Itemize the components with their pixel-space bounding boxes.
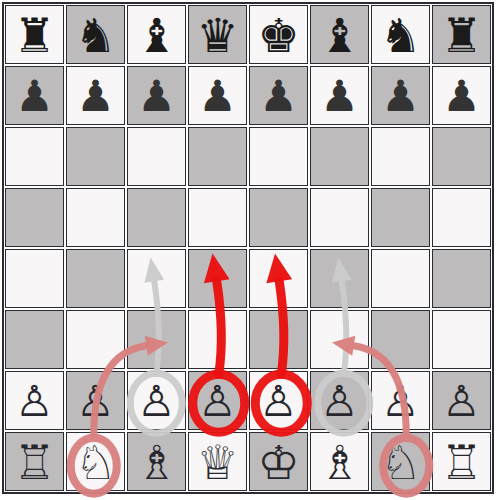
square-b5[interactable] (66, 188, 125, 247)
square-d8[interactable]: ♛ (188, 5, 247, 64)
square-d6[interactable] (188, 127, 247, 186)
chess-board: ♜♞♝♛♚♝♞♜♟♟♟♟♟♟♟♟♙♙♙♙♙♙♙♙♖♘♗♕♔♗♘♖ (2, 2, 494, 494)
piece-black-pawn[interactable]: ♟ (198, 75, 237, 118)
square-c4[interactable] (127, 249, 186, 308)
square-c5[interactable] (127, 188, 186, 247)
square-g7[interactable]: ♟ (371, 66, 430, 125)
piece-black-pawn[interactable]: ♟ (320, 75, 359, 118)
square-b4[interactable] (66, 249, 125, 308)
square-c1[interactable]: ♗ (127, 432, 186, 491)
square-h8[interactable]: ♜ (432, 5, 491, 64)
piece-black-pawn[interactable]: ♟ (76, 75, 115, 118)
square-e4[interactable] (249, 249, 308, 308)
piece-white-queen[interactable]: ♕ (196, 439, 238, 486)
square-f5[interactable] (310, 188, 369, 247)
square-g3[interactable] (371, 310, 430, 369)
square-c2[interactable]: ♙ (127, 371, 186, 430)
piece-black-knight[interactable]: ♞ (74, 12, 116, 59)
square-h7[interactable]: ♟ (432, 66, 491, 125)
square-g6[interactable] (371, 127, 430, 186)
piece-black-pawn[interactable]: ♟ (442, 75, 481, 118)
square-d7[interactable]: ♟ (188, 66, 247, 125)
square-f4[interactable] (310, 249, 369, 308)
square-e6[interactable] (249, 127, 308, 186)
square-f2[interactable]: ♙ (310, 371, 369, 430)
square-h4[interactable] (432, 249, 491, 308)
square-f8[interactable]: ♝ (310, 5, 369, 64)
piece-white-knight[interactable]: ♘ (379, 439, 421, 486)
piece-white-pawn[interactable]: ♙ (381, 380, 420, 423)
piece-white-pawn[interactable]: ♙ (259, 380, 298, 423)
square-f3[interactable] (310, 310, 369, 369)
piece-black-pawn[interactable]: ♟ (259, 75, 298, 118)
square-a3[interactable] (5, 310, 64, 369)
square-g1[interactable]: ♘ (371, 432, 430, 491)
piece-white-rook[interactable]: ♖ (440, 439, 482, 486)
piece-white-pawn[interactable]: ♙ (137, 380, 176, 423)
square-a4[interactable] (5, 249, 64, 308)
piece-white-pawn[interactable]: ♙ (320, 380, 359, 423)
square-a8[interactable]: ♜ (5, 5, 64, 64)
square-d2[interactable]: ♙ (188, 371, 247, 430)
square-c7[interactable]: ♟ (127, 66, 186, 125)
square-d5[interactable] (188, 188, 247, 247)
square-c8[interactable]: ♝ (127, 5, 186, 64)
square-f7[interactable]: ♟ (310, 66, 369, 125)
piece-black-pawn[interactable]: ♟ (381, 75, 420, 118)
square-a2[interactable]: ♙ (5, 371, 64, 430)
square-g4[interactable] (371, 249, 430, 308)
piece-white-pawn[interactable]: ♙ (198, 380, 237, 423)
piece-white-rook[interactable]: ♖ (13, 439, 55, 486)
square-b7[interactable]: ♟ (66, 66, 125, 125)
square-c6[interactable] (127, 127, 186, 186)
square-a7[interactable]: ♟ (5, 66, 64, 125)
square-f1[interactable]: ♗ (310, 432, 369, 491)
square-b6[interactable] (66, 127, 125, 186)
square-d3[interactable] (188, 310, 247, 369)
square-g5[interactable] (371, 188, 430, 247)
piece-white-pawn[interactable]: ♙ (442, 380, 481, 423)
square-e1[interactable]: ♔ (249, 432, 308, 491)
piece-black-rook[interactable]: ♜ (440, 12, 482, 59)
square-d4[interactable] (188, 249, 247, 308)
square-e5[interactable] (249, 188, 308, 247)
square-b3[interactable] (66, 310, 125, 369)
square-b8[interactable]: ♞ (66, 5, 125, 64)
square-e2[interactable]: ♙ (249, 371, 308, 430)
piece-white-bishop[interactable]: ♗ (135, 439, 177, 486)
square-a5[interactable] (5, 188, 64, 247)
piece-black-pawn[interactable]: ♟ (15, 75, 54, 118)
square-h1[interactable]: ♖ (432, 432, 491, 491)
square-b2[interactable]: ♙ (66, 371, 125, 430)
square-h5[interactable] (432, 188, 491, 247)
square-e7[interactable]: ♟ (249, 66, 308, 125)
piece-black-queen[interactable]: ♛ (196, 12, 238, 59)
piece-white-pawn[interactable]: ♙ (76, 380, 115, 423)
square-c3[interactable] (127, 310, 186, 369)
piece-black-bishop[interactable]: ♝ (135, 12, 177, 59)
square-g8[interactable]: ♞ (371, 5, 430, 64)
piece-white-king[interactable]: ♔ (257, 439, 299, 486)
square-a1[interactable]: ♖ (5, 432, 64, 491)
piece-black-knight[interactable]: ♞ (379, 12, 421, 59)
piece-white-knight[interactable]: ♘ (74, 439, 116, 486)
square-d1[interactable]: ♕ (188, 432, 247, 491)
square-f6[interactable] (310, 127, 369, 186)
square-h6[interactable] (432, 127, 491, 186)
square-g2[interactable]: ♙ (371, 371, 430, 430)
square-h3[interactable] (432, 310, 491, 369)
piece-white-pawn[interactable]: ♙ (15, 380, 54, 423)
piece-black-rook[interactable]: ♜ (13, 12, 55, 59)
piece-black-pawn[interactable]: ♟ (137, 75, 176, 118)
square-b1[interactable]: ♘ (66, 432, 125, 491)
piece-black-bishop[interactable]: ♝ (318, 12, 360, 59)
piece-black-king[interactable]: ♚ (257, 12, 299, 59)
chess-board-screenshot: ♜♞♝♛♚♝♞♜♟♟♟♟♟♟♟♟♙♙♙♙♙♙♙♙♖♘♗♕♔♗♘♖ (0, 0, 500, 500)
square-e8[interactable]: ♚ (249, 5, 308, 64)
piece-white-bishop[interactable]: ♗ (318, 439, 360, 486)
square-e3[interactable] (249, 310, 308, 369)
square-h2[interactable]: ♙ (432, 371, 491, 430)
square-a6[interactable] (5, 127, 64, 186)
